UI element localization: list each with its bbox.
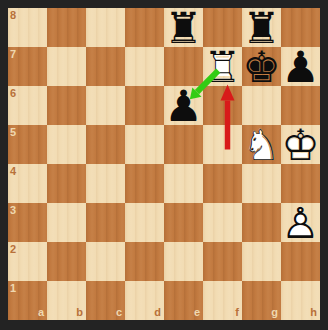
square-c5[interactable]	[86, 125, 125, 164]
square-c7[interactable]	[86, 47, 125, 86]
square-e5[interactable]	[164, 125, 203, 164]
square-d6[interactable]	[125, 86, 164, 125]
file-label-c: c	[116, 307, 122, 318]
square-b3[interactable]	[47, 203, 86, 242]
square-a2[interactable]: 2	[8, 242, 47, 281]
square-e3[interactable]	[164, 203, 203, 242]
square-e4[interactable]	[164, 164, 203, 203]
white-rook-icon-fill: ♜	[203, 45, 242, 88]
rank-label-4: 4	[10, 166, 16, 177]
square-a1[interactable]: 1a	[8, 281, 47, 320]
file-label-a: a	[38, 307, 44, 318]
square-a8[interactable]: 8	[8, 8, 47, 47]
square-g3[interactable]	[242, 203, 281, 242]
file-label-e: e	[194, 307, 200, 318]
square-b8[interactable]	[47, 8, 86, 47]
white-king-icon: ♔	[281, 123, 320, 166]
square-b2[interactable]	[47, 242, 86, 281]
square-f5[interactable]	[203, 125, 242, 164]
rank-label-7: 7	[10, 49, 16, 60]
white-king[interactable]: ♚♔	[281, 125, 320, 164]
square-e8[interactable]: ♜	[164, 8, 203, 47]
square-g2[interactable]	[242, 242, 281, 281]
white-knight-icon-fill: ♞	[242, 123, 281, 166]
chess-board: 8♜♜7♜♖♚♟6♟5♞♘♚♔43♟♙21abcdefgh	[8, 8, 320, 320]
white-pawn[interactable]: ♟♙	[281, 203, 320, 242]
rank-label-6: 6	[10, 88, 16, 99]
square-h8[interactable]	[281, 8, 320, 47]
square-g1[interactable]: g	[242, 281, 281, 320]
square-c8[interactable]	[86, 8, 125, 47]
square-g8[interactable]: ♜	[242, 8, 281, 47]
square-g7[interactable]: ♚	[242, 47, 281, 86]
square-f7[interactable]: ♜♖	[203, 47, 242, 86]
square-h4[interactable]	[281, 164, 320, 203]
rank-label-2: 2	[10, 244, 16, 255]
square-d4[interactable]	[125, 164, 164, 203]
white-rook[interactable]: ♜♖	[203, 47, 242, 86]
black-pawn[interactable]: ♟	[164, 86, 203, 125]
white-king-icon-fill: ♚	[281, 123, 320, 166]
file-label-h: h	[310, 307, 317, 318]
square-f1[interactable]: f	[203, 281, 242, 320]
square-h5[interactable]: ♚♔	[281, 125, 320, 164]
black-pawn-icon: ♟	[164, 84, 203, 127]
white-pawn-icon: ♙	[281, 201, 320, 244]
file-label-f: f	[235, 307, 239, 318]
chess-board-frame: chess 8♜♜7♜♖♚♟6♟5♞♘♚♔43♟♙21abcdefgh	[0, 0, 328, 330]
square-d7[interactable]	[125, 47, 164, 86]
black-king-icon: ♚	[242, 45, 281, 88]
white-knight[interactable]: ♞♘	[242, 125, 281, 164]
square-a4[interactable]: 4	[8, 164, 47, 203]
black-pawn[interactable]: ♟	[281, 47, 320, 86]
square-c6[interactable]	[86, 86, 125, 125]
square-h7[interactable]: ♟	[281, 47, 320, 86]
rank-label-3: 3	[10, 205, 16, 216]
square-f8[interactable]	[203, 8, 242, 47]
black-rook[interactable]: ♜	[242, 8, 281, 47]
square-h2[interactable]	[281, 242, 320, 281]
square-d8[interactable]	[125, 8, 164, 47]
square-b1[interactable]: b	[47, 281, 86, 320]
square-c4[interactable]	[86, 164, 125, 203]
square-f2[interactable]	[203, 242, 242, 281]
square-h1[interactable]: h	[281, 281, 320, 320]
black-rook-icon: ♜	[242, 6, 281, 49]
square-d1[interactable]: d	[125, 281, 164, 320]
black-king[interactable]: ♚	[242, 47, 281, 86]
black-rook[interactable]: ♜	[164, 8, 203, 47]
file-label-g: g	[271, 307, 278, 318]
square-b5[interactable]	[47, 125, 86, 164]
square-e6[interactable]: ♟	[164, 86, 203, 125]
square-d2[interactable]	[125, 242, 164, 281]
square-g5[interactable]: ♞♘	[242, 125, 281, 164]
square-e1[interactable]: e	[164, 281, 203, 320]
square-d5[interactable]	[125, 125, 164, 164]
square-c2[interactable]	[86, 242, 125, 281]
square-b6[interactable]	[47, 86, 86, 125]
white-pawn-icon-fill: ♟	[281, 201, 320, 244]
square-a7[interactable]: 7	[8, 47, 47, 86]
square-a6[interactable]: 6	[8, 86, 47, 125]
square-a3[interactable]: 3	[8, 203, 47, 242]
square-e7[interactable]	[164, 47, 203, 86]
file-label-d: d	[154, 307, 161, 318]
square-b4[interactable]	[47, 164, 86, 203]
white-rook-icon: ♖	[203, 45, 242, 88]
square-a5[interactable]: 5	[8, 125, 47, 164]
black-pawn-icon: ♟	[281, 45, 320, 88]
square-f3[interactable]	[203, 203, 242, 242]
file-label-b: b	[76, 307, 83, 318]
square-g4[interactable]	[242, 164, 281, 203]
square-c3[interactable]	[86, 203, 125, 242]
black-rook-icon: ♜	[164, 6, 203, 49]
square-b7[interactable]	[47, 47, 86, 86]
rank-label-5: 5	[10, 127, 16, 138]
square-d3[interactable]	[125, 203, 164, 242]
rank-label-8: 8	[10, 10, 16, 21]
rank-label-1: 1	[10, 283, 16, 294]
square-e2[interactable]	[164, 242, 203, 281]
square-h3[interactable]: ♟♙	[281, 203, 320, 242]
square-h6[interactable]	[281, 86, 320, 125]
square-c1[interactable]: c	[86, 281, 125, 320]
square-g6[interactable]	[242, 86, 281, 125]
square-f6[interactable]	[203, 86, 242, 125]
white-knight-icon: ♘	[242, 123, 281, 166]
square-f4[interactable]	[203, 164, 242, 203]
